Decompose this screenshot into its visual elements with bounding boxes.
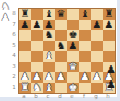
rank-label-3: 3: [11, 61, 17, 72]
square-g7[interactable]: ♟: [91, 20, 103, 31]
white-pawn-g2[interactable]: ♟: [93, 72, 102, 83]
square-d1[interactable]: [55, 83, 67, 94]
white-bishop-c1[interactable]: ♝: [45, 82, 54, 93]
square-g1[interactable]: [91, 83, 103, 94]
square-f6[interactable]: [79, 30, 91, 41]
black-queen-d8[interactable]: ♛: [57, 9, 66, 20]
square-h4[interactable]: [103, 51, 115, 62]
white-king-e1[interactable]: ♚: [69, 82, 78, 93]
white-bishop-c4[interactable]: ♝: [45, 51, 54, 62]
rank-label-2: 2: [11, 71, 17, 82]
square-c4[interactable]: ♝: [43, 51, 55, 62]
square-c1[interactable]: ♝: [43, 83, 55, 94]
captured-black-pawn: ♟: [106, 77, 116, 92]
square-b6[interactable]: [31, 30, 43, 41]
rank-label-1: 1: [11, 82, 17, 93]
file-label-h: h: [102, 93, 114, 99]
square-a1[interactable]: ♜: [19, 83, 31, 94]
square-e8[interactable]: [67, 9, 79, 20]
black-pawn-h7[interactable]: ♟: [105, 19, 114, 30]
square-h6[interactable]: [103, 30, 115, 41]
white-knight-b1[interactable]: ♞: [33, 82, 42, 93]
white-pawn-f2[interactable]: ♟: [81, 72, 90, 83]
square-f2[interactable]: ♟: [79, 72, 91, 83]
black-pawn-e5[interactable]: ♟: [69, 40, 78, 51]
file-label-g: g: [90, 93, 102, 99]
captured-white-knight: ♞: [1, 1, 10, 12]
captured-black-tray: ♟♟: [106, 62, 116, 92]
square-d4[interactable]: [55, 51, 67, 62]
rank-label-5: 5: [11, 40, 17, 51]
captured-white-pawn: ♟: [1, 12, 10, 23]
square-e3[interactable]: ♛: [67, 62, 79, 73]
square-b4[interactable]: [31, 51, 43, 62]
square-h7[interactable]: ♟: [103, 20, 115, 31]
rank-label-8: 8: [11, 8, 17, 19]
square-f4[interactable]: [79, 51, 91, 62]
square-g6[interactable]: [91, 30, 103, 41]
white-queen-e3[interactable]: ♛: [69, 61, 78, 72]
captured-black-pawn: ♟: [106, 62, 116, 77]
square-g4[interactable]: [91, 51, 103, 62]
square-e1[interactable]: ♚: [67, 83, 79, 94]
captured-white-tray: ♞♟: [1, 1, 10, 23]
square-g5[interactable]: [91, 41, 103, 52]
square-f7[interactable]: [79, 20, 91, 31]
black-knight-d5[interactable]: ♞: [57, 40, 66, 51]
square-a4[interactable]: [19, 51, 31, 62]
square-b5[interactable]: [31, 41, 43, 52]
square-a6[interactable]: [19, 30, 31, 41]
rank-label-4: 4: [11, 50, 17, 61]
square-f5[interactable]: [79, 41, 91, 52]
square-a7[interactable]: ♟: [19, 20, 31, 31]
file-label-e: e: [66, 93, 78, 99]
chess-board: ♜♝♛♝♜♟♟♟♟♟♞♚♞♟♝♛♟♟♟♟♟♟♟♜♞♝♚♜: [18, 8, 116, 94]
square-b7[interactable]: ♟: [31, 20, 43, 31]
file-label-c: c: [42, 93, 54, 99]
square-d7[interactable]: [55, 20, 67, 31]
file-label-b: b: [30, 93, 42, 99]
square-d2[interactable]: ♟: [55, 72, 67, 83]
black-pawn-a7[interactable]: ♟: [21, 19, 30, 30]
file-label-d: d: [54, 93, 66, 99]
square-g2[interactable]: ♟: [91, 72, 103, 83]
square-e5[interactable]: ♟: [67, 41, 79, 52]
black-pawn-b7[interactable]: ♟: [33, 19, 42, 30]
square-f1[interactable]: [79, 83, 91, 94]
white-rook-a1[interactable]: ♜: [21, 82, 30, 93]
file-label-f: f: [78, 93, 90, 99]
square-c6[interactable]: ♞: [43, 30, 55, 41]
black-knight-c6[interactable]: ♞: [45, 30, 54, 41]
rank-label-6: 6: [11, 29, 17, 40]
square-a5[interactable]: [19, 41, 31, 52]
square-h5[interactable]: [103, 41, 115, 52]
square-f8[interactable]: ♝: [79, 9, 91, 20]
white-pawn-d2[interactable]: ♟: [57, 72, 66, 83]
square-d5[interactable]: ♞: [55, 41, 67, 52]
diagram-panel: ♞♟ ♜♝♛♝♜♟♟♟♟♟♞♚♞♟♝♛♟♟♟♟♟♟♟♜♞♝♚♜ 87654321…: [0, 0, 117, 97]
black-bishop-f8[interactable]: ♝: [81, 9, 90, 20]
square-b1[interactable]: ♞: [31, 83, 43, 94]
black-pawn-g7[interactable]: ♟: [93, 19, 102, 30]
square-d8[interactable]: ♛: [55, 9, 67, 20]
rank-label-7: 7: [11, 19, 17, 30]
file-label-a: a: [18, 93, 30, 99]
